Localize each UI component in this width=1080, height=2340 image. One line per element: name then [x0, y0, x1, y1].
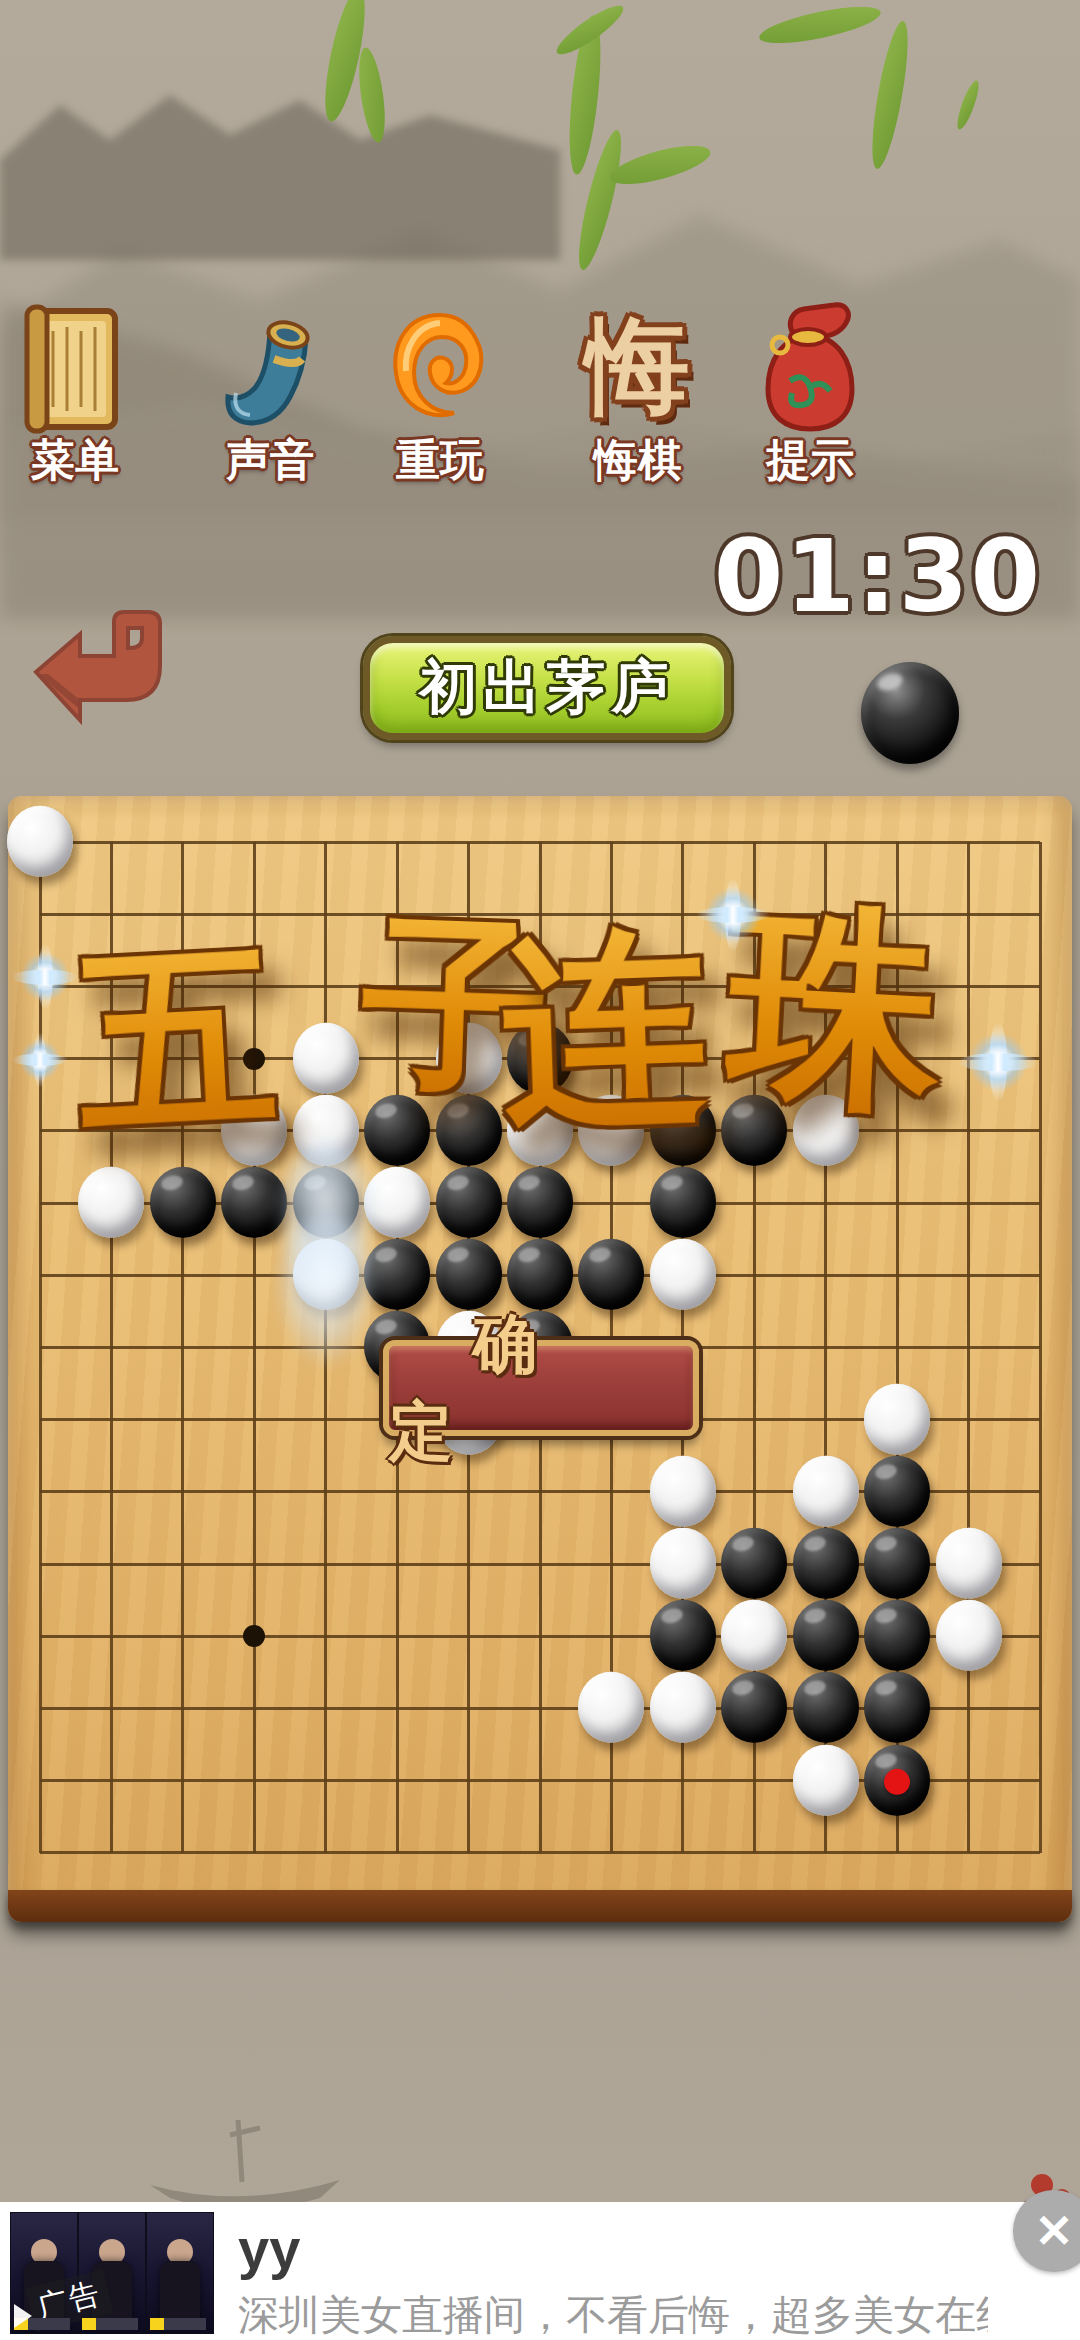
- black-stone: [864, 1528, 930, 1599]
- black-stone: [364, 1095, 430, 1166]
- black-stone: [864, 1744, 930, 1815]
- toolbar: 菜单 声音 重玩 悔 悔棋: [0, 295, 1080, 490]
- menu-button[interactable]: 菜单: [0, 295, 155, 490]
- hint-button[interactable]: 提示: [730, 295, 890, 490]
- ad-thumbnail[interactable]: 广告: [10, 2212, 214, 2334]
- white-stone: [793, 1456, 859, 1527]
- turn-indicator-black-stone: [861, 662, 959, 764]
- game-screen: 菜单 声音 重玩 悔 悔棋: [0, 0, 1080, 2340]
- level-button[interactable]: 初出茅庐: [363, 636, 731, 740]
- black-stone: [721, 1672, 787, 1743]
- pouch-icon: [746, 301, 874, 437]
- boat-icon: [150, 2120, 340, 2210]
- sound-button[interactable]: 声音: [190, 295, 350, 490]
- black-stone: [650, 1095, 716, 1166]
- white-stone: [793, 1095, 859, 1166]
- white-stone: [78, 1167, 144, 1238]
- replay-label: 重玩: [396, 431, 484, 490]
- hui-character-icon: 悔: [574, 301, 702, 437]
- white-stone: [578, 1672, 644, 1743]
- flame-swirl-icon: [376, 301, 504, 437]
- white-stone: [436, 1022, 502, 1093]
- sound-label: 声音: [226, 431, 314, 490]
- white-stone: [507, 1095, 573, 1166]
- black-stone: [864, 1600, 930, 1671]
- black-stone: [150, 1167, 216, 1238]
- board-front-edge: [8, 1890, 1072, 1922]
- timer: 01:30: [714, 518, 1042, 635]
- black-stone: [436, 1239, 502, 1310]
- white-stone: [221, 1095, 287, 1166]
- close-icon: ✕: [1035, 2204, 1074, 2258]
- black-stone: [650, 1167, 716, 1238]
- ad-advertiser: yy: [238, 2216, 300, 2281]
- bamboo-leaves-icon: [317, 0, 982, 273]
- replay-button[interactable]: 重玩: [360, 295, 520, 490]
- white-stone: [864, 1383, 930, 1454]
- black-stone: [436, 1167, 502, 1238]
- last-move-marker: [884, 1769, 910, 1795]
- white-stone: [936, 1528, 1002, 1599]
- black-stone: [721, 1095, 787, 1166]
- white-stone: [721, 1600, 787, 1671]
- menu-label: 菜单: [31, 431, 119, 490]
- grid-line: [40, 1851, 1040, 1854]
- scroll-icon: [11, 301, 139, 437]
- white-stone: [793, 1744, 859, 1815]
- black-stone: [864, 1456, 930, 1527]
- star-point: [243, 1625, 265, 1647]
- smoke-effect: [276, 1215, 376, 1365]
- white-stone: [578, 1095, 644, 1166]
- horn-icon: [206, 301, 334, 437]
- ad-video-frame: [147, 2213, 213, 2333]
- undo-move-label: 悔棋: [594, 431, 682, 490]
- black-stone: [793, 1600, 859, 1671]
- black-stone: [507, 1167, 573, 1238]
- black-stone: [864, 1672, 930, 1743]
- black-stone: [793, 1672, 859, 1743]
- black-stone: [507, 1022, 573, 1093]
- ad-text: 深圳美女直播间，不看后悔，超多美女在线直播！: [238, 2288, 988, 2340]
- white-stone: [936, 1600, 1002, 1671]
- black-stone: [650, 1600, 716, 1671]
- confirm-button[interactable]: 确定: [383, 1340, 699, 1436]
- white-stone: [650, 1528, 716, 1599]
- hint-label: 提示: [766, 431, 854, 490]
- star-point: [815, 1048, 837, 1070]
- white-stone: [7, 806, 73, 877]
- level-label: 初出茅庐: [419, 649, 675, 727]
- play-icon: [14, 2304, 32, 2328]
- black-stone: [507, 1239, 573, 1310]
- white-stone: [650, 1672, 716, 1743]
- grid-line: [1039, 842, 1042, 1853]
- white-stone: [650, 1239, 716, 1310]
- star-point: [243, 1048, 265, 1070]
- white-stone: [293, 1022, 359, 1093]
- black-stone: [721, 1528, 787, 1599]
- black-stone: [578, 1239, 644, 1310]
- ad-close-button[interactable]: ✕: [1013, 2190, 1080, 2272]
- undo-move-button[interactable]: 悔 悔棋: [558, 295, 718, 490]
- ad-banner[interactable]: 广告 yy 深圳美女直播间，不看后悔，超多美女在线直播！ ✕: [0, 2202, 1080, 2340]
- black-stone: [436, 1095, 502, 1166]
- back-arrow-button[interactable]: [28, 608, 166, 726]
- black-stone: [793, 1528, 859, 1599]
- confirm-label: 确定: [389, 1301, 693, 1475]
- grid-line: [967, 842, 970, 1853]
